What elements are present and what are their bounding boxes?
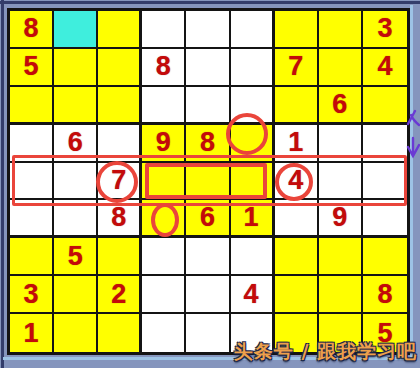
cell-r6c8[interactable]: 9: [319, 200, 363, 238]
cell-digit: 1: [288, 129, 303, 156]
cell-r6c4[interactable]: [142, 200, 186, 238]
cell-digit: 8: [377, 281, 392, 308]
cell-r5c9[interactable]: [363, 163, 407, 201]
cell-r1c6[interactable]: [231, 11, 275, 49]
cell-r4c5[interactable]: 8: [186, 125, 230, 163]
cell-r7c7[interactable]: [275, 238, 319, 276]
cell-r9c2[interactable]: [54, 314, 98, 352]
cell-r4c7[interactable]: 1: [275, 125, 319, 163]
cell-r2c1[interactable]: 5: [10, 49, 54, 87]
cell-r2c7[interactable]: 7: [275, 49, 319, 87]
cell-r7c8[interactable]: [319, 238, 363, 276]
cell-digit: 8: [111, 204, 126, 231]
cell-r1c4[interactable]: [142, 11, 186, 49]
cell-digit: 3: [377, 15, 392, 42]
cell-r3c1[interactable]: [10, 87, 54, 125]
cell-r1c9[interactable]: 3: [363, 11, 407, 49]
cell-r1c7[interactable]: [275, 11, 319, 49]
cell-r2c6[interactable]: [231, 49, 275, 87]
cell-r1c1[interactable]: 8: [10, 11, 54, 49]
cell-r2c8[interactable]: [319, 49, 363, 87]
cell-digit: 8: [24, 15, 39, 42]
cell-digit: 2: [111, 281, 126, 308]
cell-r5c7[interactable]: 4: [275, 163, 319, 201]
cell-r6c7[interactable]: [275, 200, 319, 238]
cell-r5c3[interactable]: 7: [98, 163, 142, 201]
cell-r4c4[interactable]: 9: [142, 125, 186, 163]
cell-r3c2[interactable]: [54, 87, 98, 125]
cell-r8c7[interactable]: [275, 276, 319, 314]
cell-digit: 9: [156, 129, 171, 156]
cell-digit: 7: [288, 53, 303, 80]
cell-digit: 7: [111, 167, 126, 194]
cell-r9c3[interactable]: [98, 314, 142, 352]
cell-r3c9[interactable]: [363, 87, 407, 125]
cell-r6c5[interactable]: 6: [186, 200, 230, 238]
cell-r7c9[interactable]: [363, 238, 407, 276]
cell-r6c9[interactable]: [363, 200, 407, 238]
cell-r2c2[interactable]: [54, 49, 98, 87]
watermark: 头条号 / 跟我学习吧: [234, 339, 417, 365]
cell-r6c3[interactable]: 8: [98, 200, 142, 238]
cell-r4c2[interactable]: 6: [54, 125, 98, 163]
cell-r1c3[interactable]: [98, 11, 142, 49]
cell-r4c1[interactable]: [10, 125, 54, 163]
cell-r7c6[interactable]: [231, 238, 275, 276]
cell-r6c6[interactable]: 1: [231, 200, 275, 238]
cell-r8c9[interactable]: 8: [363, 276, 407, 314]
frame-right-highlight: [410, 5, 413, 359]
cell-r8c2[interactable]: [54, 276, 98, 314]
frame-top-shadow: [0, 1, 420, 4]
cell-r8c6[interactable]: 4: [231, 276, 275, 314]
cell-r7c2[interactable]: 5: [54, 238, 98, 276]
cell-r3c3[interactable]: [98, 87, 142, 125]
cell-r3c6[interactable]: [231, 87, 275, 125]
cell-digit: 4: [377, 53, 392, 80]
cell-digit: 4: [244, 281, 259, 308]
cell-r7c4[interactable]: [142, 238, 186, 276]
cell-digit: 6: [68, 129, 83, 156]
cell-r7c5[interactable]: [186, 238, 230, 276]
cell-r5c8[interactable]: [319, 163, 363, 201]
cell-digit: 1: [244, 204, 259, 231]
screenshot-root: 835874669817486195324815 头条号 / 跟我学习吧: [0, 0, 420, 368]
cell-r2c9[interactable]: 4: [363, 49, 407, 87]
cell-r8c8[interactable]: [319, 276, 363, 314]
cell-digit: 6: [200, 204, 215, 231]
cell-r5c2[interactable]: [54, 163, 98, 201]
cell-r6c2[interactable]: [54, 200, 98, 238]
cell-r4c8[interactable]: [319, 125, 363, 163]
cell-r2c5[interactable]: [186, 49, 230, 87]
cell-digit: 6: [332, 91, 347, 118]
cell-r9c4[interactable]: [142, 314, 186, 352]
cell-r5c4[interactable]: [142, 163, 186, 201]
cell-digit: 8: [156, 53, 171, 80]
cell-r4c3[interactable]: [98, 125, 142, 163]
cell-r2c4[interactable]: 8: [142, 49, 186, 87]
cell-r4c9[interactable]: [363, 125, 407, 163]
cell-r7c1[interactable]: [10, 238, 54, 276]
cell-r8c5[interactable]: [186, 276, 230, 314]
cell-digit: 1: [24, 320, 39, 347]
cell-r5c6[interactable]: [231, 163, 275, 201]
cell-r3c8[interactable]: 6: [319, 87, 363, 125]
cell-r3c5[interactable]: [186, 87, 230, 125]
cell-r5c5[interactable]: [186, 163, 230, 201]
cell-r3c7[interactable]: [275, 87, 319, 125]
cell-r2c3[interactable]: [98, 49, 142, 87]
cell-digit: 8: [200, 129, 215, 156]
frame-left-shadow: [1, 0, 4, 368]
cell-digit: 5: [68, 243, 83, 270]
cell-r4c6[interactable]: [231, 125, 275, 163]
sudoku-grid: 835874669817486195324815: [7, 8, 410, 355]
cell-r3c4[interactable]: [142, 87, 186, 125]
purple-pen-marks-icon: [405, 108, 420, 160]
cell-r5c1[interactable]: [10, 163, 54, 201]
cell-r8c4[interactable]: [142, 276, 186, 314]
cell-digit: 9: [332, 204, 347, 231]
cell-r8c3[interactable]: 2: [98, 276, 142, 314]
cell-r1c8[interactable]: [319, 11, 363, 49]
cell-r9c1[interactable]: 1: [10, 314, 54, 352]
cell-r1c5[interactable]: [186, 11, 230, 49]
cell-r6c1[interactable]: [10, 200, 54, 238]
cell-digit: 4: [288, 167, 303, 194]
cell-r8c1[interactable]: 3: [10, 276, 54, 314]
cell-digit: 3: [24, 281, 39, 308]
cell-r9c5[interactable]: [186, 314, 230, 352]
cell-r1c2[interactable]: [54, 11, 98, 49]
cell-r7c3[interactable]: [98, 238, 142, 276]
cell-digit: 5: [24, 53, 39, 80]
